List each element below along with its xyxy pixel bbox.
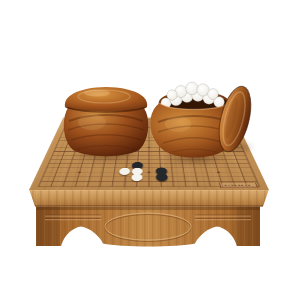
stone-bowls (0, 0, 292, 292)
go-set-photo: ●●●●●● (0, 0, 292, 292)
left-bowl (64, 87, 148, 156)
left-bowl-lid (65, 87, 147, 112)
